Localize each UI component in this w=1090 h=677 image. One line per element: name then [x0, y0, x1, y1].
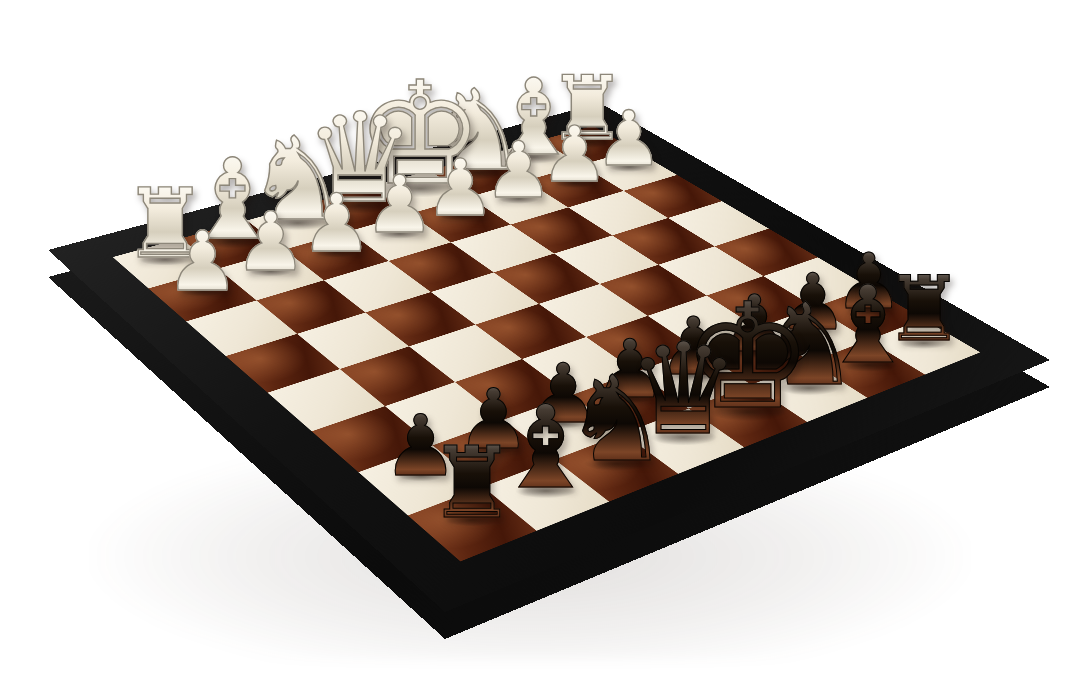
white-pawn-e2[interactable]: ♟ — [425, 149, 495, 228]
black-rook-a8[interactable]: ♜ — [428, 434, 517, 533]
chess-set-photo: ♜♝♞♛♚♞♝♜♟♟♟♟♟♟♟♟♟♟♟♟♟♟♟♟♜♝♞♛♚♞♝♜ — [0, 0, 1090, 677]
white-pawn-b2[interactable]: ♟ — [234, 201, 307, 282]
white-pawn-d2[interactable]: ♟ — [364, 165, 435, 244]
white-pawn-c2[interactable]: ♟ — [300, 183, 372, 263]
chess-pieces-layer: ♜♝♞♛♚♞♝♜♟♟♟♟♟♟♟♟♟♟♟♟♟♟♟♟♜♝♞♛♚♞♝♜ — [0, 0, 1090, 677]
white-pawn-a2[interactable]: ♟ — [165, 220, 239, 303]
